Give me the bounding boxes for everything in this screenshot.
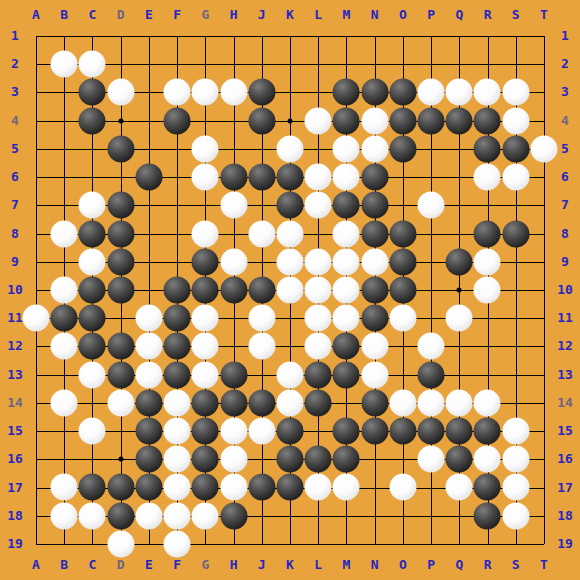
intersection-O17[interactable] [389,473,417,501]
intersection-A1[interactable] [22,22,50,50]
intersection-B17[interactable] [50,473,78,501]
intersection-P6[interactable] [417,163,445,191]
intersection-T1[interactable] [530,22,558,50]
intersection-O9[interactable] [389,248,417,276]
intersection-M6[interactable] [332,163,360,191]
intersection-L9[interactable] [304,248,332,276]
intersection-D8[interactable] [107,219,135,247]
intersection-T10[interactable] [530,276,558,304]
intersection-E19[interactable] [135,530,163,558]
intersection-K9[interactable] [276,248,304,276]
intersection-R11[interactable] [473,304,501,332]
intersection-D7[interactable] [107,191,135,219]
intersection-M8[interactable] [332,219,360,247]
intersection-J5[interactable] [248,135,276,163]
intersection-K8[interactable] [276,219,304,247]
intersection-K2[interactable] [276,50,304,78]
intersection-H9[interactable] [219,248,247,276]
intersection-F10[interactable] [163,276,191,304]
intersection-N10[interactable] [361,276,389,304]
intersection-G14[interactable] [191,389,219,417]
intersection-N4[interactable] [361,107,389,135]
intersection-R9[interactable] [473,248,501,276]
intersection-D13[interactable] [107,361,135,389]
intersection-B3[interactable] [50,78,78,106]
intersection-Q2[interactable] [445,50,473,78]
intersection-M5[interactable] [332,135,360,163]
intersection-D1[interactable] [107,22,135,50]
intersection-R2[interactable] [473,50,501,78]
intersection-K11[interactable] [276,304,304,332]
intersection-L19[interactable] [304,530,332,558]
intersection-Q11[interactable] [445,304,473,332]
intersection-P3[interactable] [417,78,445,106]
intersection-P18[interactable] [417,502,445,530]
intersection-R1[interactable] [473,22,501,50]
intersection-H3[interactable] [219,78,247,106]
intersection-L18[interactable] [304,502,332,530]
intersection-R8[interactable] [473,219,501,247]
intersection-T7[interactable] [530,191,558,219]
intersection-F12[interactable] [163,332,191,360]
intersection-H4[interactable] [219,107,247,135]
intersection-S9[interactable] [502,248,530,276]
intersection-O6[interactable] [389,163,417,191]
intersection-P1[interactable] [417,22,445,50]
intersection-Q19[interactable] [445,530,473,558]
intersection-N13[interactable] [361,361,389,389]
intersection-R7[interactable] [473,191,501,219]
intersection-A19[interactable] [22,530,50,558]
intersection-O10[interactable] [389,276,417,304]
intersection-R17[interactable] [473,473,501,501]
intersection-E16[interactable] [135,445,163,473]
intersection-M16[interactable] [332,445,360,473]
intersection-C17[interactable] [78,473,106,501]
intersection-C19[interactable] [78,530,106,558]
intersection-D17[interactable] [107,473,135,501]
intersection-A2[interactable] [22,50,50,78]
intersection-N14[interactable] [361,389,389,417]
intersection-A7[interactable] [22,191,50,219]
intersection-N19[interactable] [361,530,389,558]
intersection-F1[interactable] [163,22,191,50]
intersection-N8[interactable] [361,219,389,247]
intersection-L17[interactable] [304,473,332,501]
intersection-S5[interactable] [502,135,530,163]
intersection-E2[interactable] [135,50,163,78]
intersection-F18[interactable] [163,502,191,530]
intersection-K18[interactable] [276,502,304,530]
intersection-N11[interactable] [361,304,389,332]
intersection-S17[interactable] [502,473,530,501]
intersection-Q6[interactable] [445,163,473,191]
intersection-D5[interactable] [107,135,135,163]
intersection-Q3[interactable] [445,78,473,106]
intersection-S10[interactable] [502,276,530,304]
intersection-B13[interactable] [50,361,78,389]
intersection-Q16[interactable] [445,445,473,473]
intersection-A3[interactable] [22,78,50,106]
intersection-O4[interactable] [389,107,417,135]
intersection-P10[interactable] [417,276,445,304]
intersection-N3[interactable] [361,78,389,106]
intersection-T18[interactable] [530,502,558,530]
intersection-G18[interactable] [191,502,219,530]
intersection-T19[interactable] [530,530,558,558]
intersection-Q4[interactable] [445,107,473,135]
intersection-P4[interactable] [417,107,445,135]
intersection-N9[interactable] [361,248,389,276]
intersection-K6[interactable] [276,163,304,191]
intersection-R14[interactable] [473,389,501,417]
intersection-M4[interactable] [332,107,360,135]
intersection-C15[interactable] [78,417,106,445]
intersection-G17[interactable] [191,473,219,501]
intersection-P16[interactable] [417,445,445,473]
intersection-H10[interactable] [219,276,247,304]
intersection-P5[interactable] [417,135,445,163]
intersection-A9[interactable] [22,248,50,276]
intersection-F5[interactable] [163,135,191,163]
intersection-G10[interactable] [191,276,219,304]
intersection-M18[interactable] [332,502,360,530]
intersection-B10[interactable] [50,276,78,304]
intersection-L8[interactable] [304,219,332,247]
intersection-H18[interactable] [219,502,247,530]
intersection-P19[interactable] [417,530,445,558]
intersection-S6[interactable] [502,163,530,191]
intersection-G16[interactable] [191,445,219,473]
intersection-N6[interactable] [361,163,389,191]
intersection-D3[interactable] [107,78,135,106]
intersection-B14[interactable] [50,389,78,417]
intersection-G6[interactable] [191,163,219,191]
intersection-C16[interactable] [78,445,106,473]
intersection-S1[interactable] [502,22,530,50]
intersection-C10[interactable] [78,276,106,304]
intersection-O19[interactable] [389,530,417,558]
intersection-K13[interactable] [276,361,304,389]
intersection-L10[interactable] [304,276,332,304]
intersection-L13[interactable] [304,361,332,389]
intersection-B9[interactable] [50,248,78,276]
intersection-G19[interactable] [191,530,219,558]
intersection-E15[interactable] [135,417,163,445]
intersection-F7[interactable] [163,191,191,219]
intersection-B5[interactable] [50,135,78,163]
intersection-E5[interactable] [135,135,163,163]
intersection-O1[interactable] [389,22,417,50]
intersection-E1[interactable] [135,22,163,50]
intersection-J18[interactable] [248,502,276,530]
intersection-O2[interactable] [389,50,417,78]
intersection-Q13[interactable] [445,361,473,389]
intersection-H2[interactable] [219,50,247,78]
intersection-O14[interactable] [389,389,417,417]
intersection-G2[interactable] [191,50,219,78]
intersection-N17[interactable] [361,473,389,501]
intersection-E12[interactable] [135,332,163,360]
intersection-E8[interactable] [135,219,163,247]
intersection-L12[interactable] [304,332,332,360]
intersection-B4[interactable] [50,107,78,135]
intersection-M2[interactable] [332,50,360,78]
intersection-C7[interactable] [78,191,106,219]
intersection-O18[interactable] [389,502,417,530]
intersection-Q8[interactable] [445,219,473,247]
intersection-J15[interactable] [248,417,276,445]
intersection-T5[interactable] [530,135,558,163]
intersection-T2[interactable] [530,50,558,78]
intersection-D2[interactable] [107,50,135,78]
intersection-K3[interactable] [276,78,304,106]
intersection-F13[interactable] [163,361,191,389]
intersection-B12[interactable] [50,332,78,360]
intersection-K10[interactable] [276,276,304,304]
intersection-P13[interactable] [417,361,445,389]
intersection-O16[interactable] [389,445,417,473]
intersection-T8[interactable] [530,219,558,247]
intersection-L7[interactable] [304,191,332,219]
intersection-N12[interactable] [361,332,389,360]
intersection-C2[interactable] [78,50,106,78]
intersection-N16[interactable] [361,445,389,473]
intersection-J9[interactable] [248,248,276,276]
intersection-F17[interactable] [163,473,191,501]
intersection-T3[interactable] [530,78,558,106]
intersection-J8[interactable] [248,219,276,247]
intersection-F9[interactable] [163,248,191,276]
go-board[interactable] [22,22,558,558]
intersection-G15[interactable] [191,417,219,445]
intersection-E17[interactable] [135,473,163,501]
intersection-A16[interactable] [22,445,50,473]
intersection-F19[interactable] [163,530,191,558]
intersection-S15[interactable] [502,417,530,445]
intersection-S12[interactable] [502,332,530,360]
intersection-D11[interactable] [107,304,135,332]
intersection-J4[interactable] [248,107,276,135]
intersection-J10[interactable] [248,276,276,304]
intersection-F2[interactable] [163,50,191,78]
intersection-C18[interactable] [78,502,106,530]
intersection-B8[interactable] [50,219,78,247]
intersection-A13[interactable] [22,361,50,389]
intersection-M12[interactable] [332,332,360,360]
intersection-Q10[interactable] [445,276,473,304]
intersection-L3[interactable] [304,78,332,106]
intersection-A8[interactable] [22,219,50,247]
intersection-L15[interactable] [304,417,332,445]
intersection-H16[interactable] [219,445,247,473]
intersection-S11[interactable] [502,304,530,332]
intersection-J17[interactable] [248,473,276,501]
intersection-H7[interactable] [219,191,247,219]
intersection-N15[interactable] [361,417,389,445]
intersection-G11[interactable] [191,304,219,332]
intersection-R4[interactable] [473,107,501,135]
intersection-D10[interactable] [107,276,135,304]
intersection-T13[interactable] [530,361,558,389]
intersection-K5[interactable] [276,135,304,163]
intersection-C1[interactable] [78,22,106,50]
intersection-H14[interactable] [219,389,247,417]
intersection-Q17[interactable] [445,473,473,501]
intersection-B2[interactable] [50,50,78,78]
intersection-A17[interactable] [22,473,50,501]
intersection-P9[interactable] [417,248,445,276]
intersection-S8[interactable] [502,219,530,247]
intersection-F11[interactable] [163,304,191,332]
intersection-A4[interactable] [22,107,50,135]
intersection-K7[interactable] [276,191,304,219]
intersection-D19[interactable] [107,530,135,558]
intersection-M13[interactable] [332,361,360,389]
intersection-Q14[interactable] [445,389,473,417]
intersection-M19[interactable] [332,530,360,558]
intersection-K17[interactable] [276,473,304,501]
intersection-R18[interactable] [473,502,501,530]
intersection-D9[interactable] [107,248,135,276]
intersection-D14[interactable] [107,389,135,417]
intersection-A11[interactable] [22,304,50,332]
intersection-M7[interactable] [332,191,360,219]
intersection-S2[interactable] [502,50,530,78]
intersection-E11[interactable] [135,304,163,332]
intersection-J7[interactable] [248,191,276,219]
intersection-F6[interactable] [163,163,191,191]
intersection-H11[interactable] [219,304,247,332]
intersection-B11[interactable] [50,304,78,332]
intersection-Q5[interactable] [445,135,473,163]
intersection-L5[interactable] [304,135,332,163]
intersection-C13[interactable] [78,361,106,389]
intersection-G1[interactable] [191,22,219,50]
intersection-P12[interactable] [417,332,445,360]
intersection-Q1[interactable] [445,22,473,50]
intersection-E3[interactable] [135,78,163,106]
intersection-Q15[interactable] [445,417,473,445]
intersection-O12[interactable] [389,332,417,360]
intersection-P15[interactable] [417,417,445,445]
intersection-K12[interactable] [276,332,304,360]
intersection-K15[interactable] [276,417,304,445]
intersection-G9[interactable] [191,248,219,276]
intersection-A10[interactable] [22,276,50,304]
intersection-M17[interactable] [332,473,360,501]
intersection-O13[interactable] [389,361,417,389]
intersection-H6[interactable] [219,163,247,191]
intersection-A15[interactable] [22,417,50,445]
intersection-E10[interactable] [135,276,163,304]
intersection-J16[interactable] [248,445,276,473]
intersection-E14[interactable] [135,389,163,417]
intersection-D12[interactable] [107,332,135,360]
intersection-C5[interactable] [78,135,106,163]
intersection-D15[interactable] [107,417,135,445]
intersection-D18[interactable] [107,502,135,530]
intersection-J12[interactable] [248,332,276,360]
intersection-L4[interactable] [304,107,332,135]
intersection-O5[interactable] [389,135,417,163]
intersection-J6[interactable] [248,163,276,191]
intersection-Q9[interactable] [445,248,473,276]
intersection-C3[interactable] [78,78,106,106]
intersection-Q18[interactable] [445,502,473,530]
intersection-R16[interactable] [473,445,501,473]
intersection-J2[interactable] [248,50,276,78]
intersection-G12[interactable] [191,332,219,360]
intersection-C4[interactable] [78,107,106,135]
intersection-T4[interactable] [530,107,558,135]
intersection-H5[interactable] [219,135,247,163]
intersection-H19[interactable] [219,530,247,558]
intersection-G8[interactable] [191,219,219,247]
intersection-C9[interactable] [78,248,106,276]
intersection-A12[interactable] [22,332,50,360]
intersection-S18[interactable] [502,502,530,530]
intersection-M10[interactable] [332,276,360,304]
intersection-T15[interactable] [530,417,558,445]
intersection-T17[interactable] [530,473,558,501]
intersection-H13[interactable] [219,361,247,389]
intersection-S7[interactable] [502,191,530,219]
intersection-S4[interactable] [502,107,530,135]
intersection-A5[interactable] [22,135,50,163]
intersection-C12[interactable] [78,332,106,360]
intersection-L16[interactable] [304,445,332,473]
intersection-S13[interactable] [502,361,530,389]
intersection-S3[interactable] [502,78,530,106]
intersection-R6[interactable] [473,163,501,191]
intersection-N2[interactable] [361,50,389,78]
intersection-T14[interactable] [530,389,558,417]
intersection-M11[interactable] [332,304,360,332]
intersection-P17[interactable] [417,473,445,501]
intersection-R3[interactable] [473,78,501,106]
intersection-E7[interactable] [135,191,163,219]
intersection-J19[interactable] [248,530,276,558]
intersection-B1[interactable] [50,22,78,50]
intersection-B7[interactable] [50,191,78,219]
intersection-P11[interactable] [417,304,445,332]
intersection-J3[interactable] [248,78,276,106]
intersection-G3[interactable] [191,78,219,106]
intersection-L11[interactable] [304,304,332,332]
intersection-M9[interactable] [332,248,360,276]
intersection-O8[interactable] [389,219,417,247]
intersection-E9[interactable] [135,248,163,276]
intersection-P2[interactable] [417,50,445,78]
intersection-B18[interactable] [50,502,78,530]
intersection-D16[interactable] [107,445,135,473]
intersection-T11[interactable] [530,304,558,332]
intersection-H12[interactable] [219,332,247,360]
intersection-P14[interactable] [417,389,445,417]
intersection-C14[interactable] [78,389,106,417]
intersection-Q7[interactable] [445,191,473,219]
intersection-B16[interactable] [50,445,78,473]
intersection-H17[interactable] [219,473,247,501]
intersection-J13[interactable] [248,361,276,389]
intersection-A14[interactable] [22,389,50,417]
intersection-S14[interactable] [502,389,530,417]
intersection-J14[interactable] [248,389,276,417]
intersection-J11[interactable] [248,304,276,332]
intersection-F4[interactable] [163,107,191,135]
intersection-L1[interactable] [304,22,332,50]
